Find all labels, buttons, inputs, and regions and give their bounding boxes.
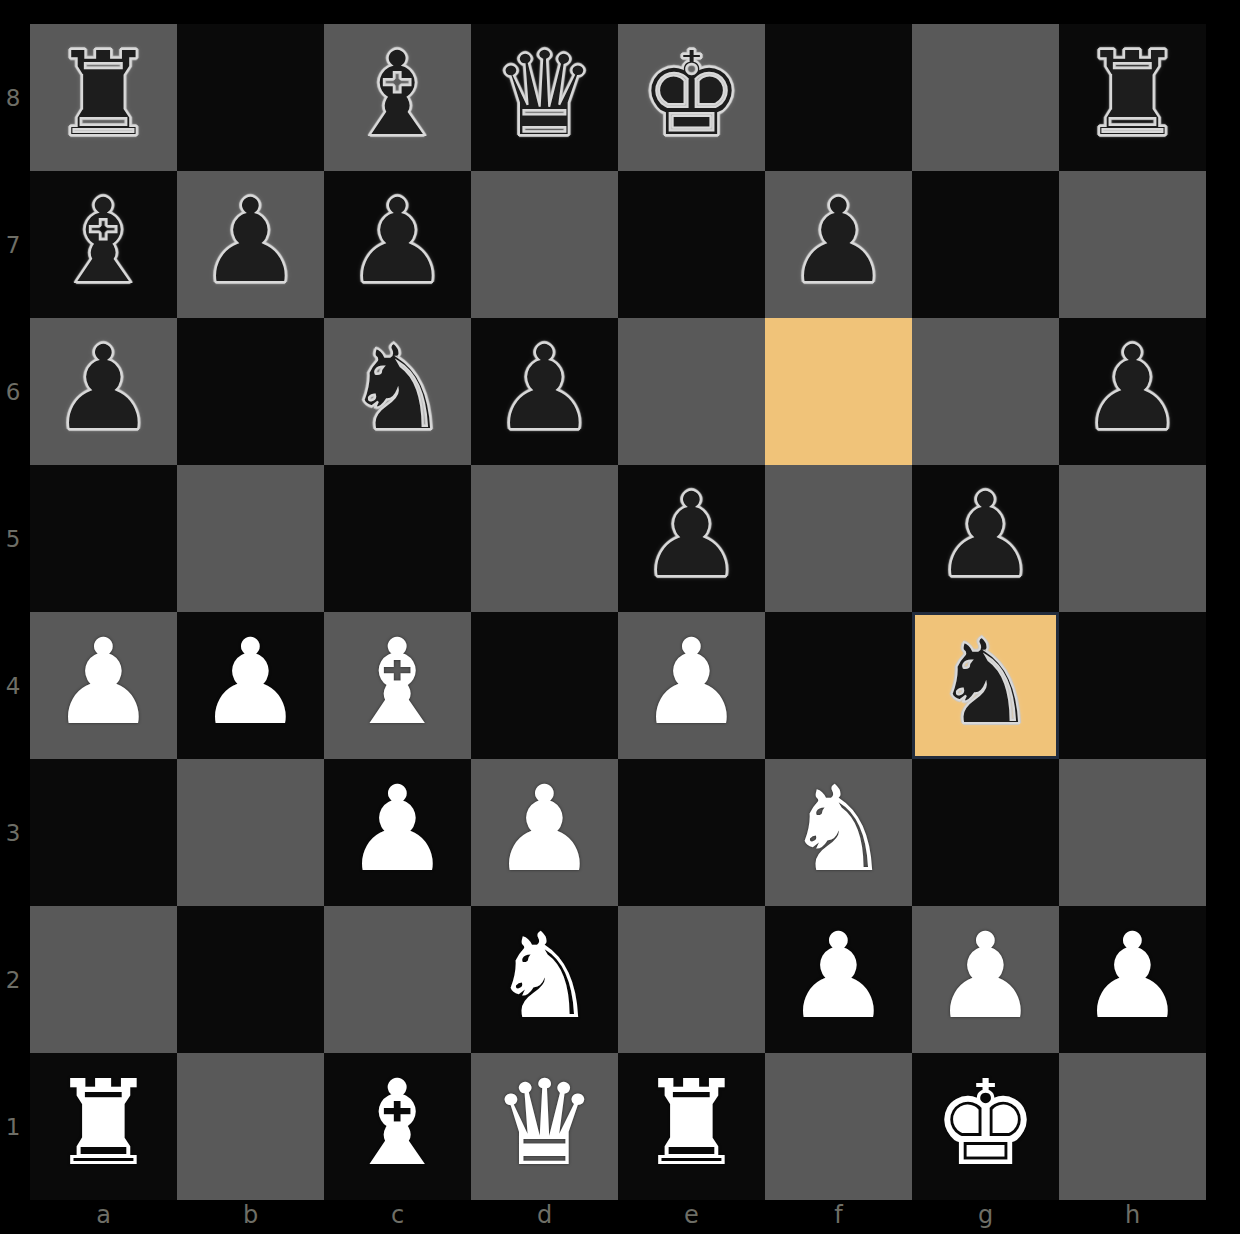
square-a6[interactable]: ♟	[30, 318, 177, 465]
square-c2[interactable]	[324, 906, 471, 1053]
piece-white-rook[interactable]: ♜	[639, 1064, 745, 1182]
piece-black-pawn[interactable]: ♟	[345, 182, 451, 300]
piece-white-king[interactable]: ♚	[933, 1064, 1039, 1182]
file-label-h: h	[1059, 1198, 1206, 1232]
square-d6[interactable]: ♟	[471, 318, 618, 465]
square-g1[interactable]: ♚	[912, 1053, 1059, 1200]
square-b6[interactable]	[177, 318, 324, 465]
square-a4[interactable]: ♟	[30, 612, 177, 759]
rank-label-6: 6	[0, 318, 26, 465]
square-g2[interactable]: ♟	[912, 906, 1059, 1053]
square-e4[interactable]: ♟	[618, 612, 765, 759]
rank-label-7: 7	[0, 171, 26, 318]
square-d5[interactable]	[471, 465, 618, 612]
rank-label-5: 5	[0, 465, 26, 612]
piece-black-pawn[interactable]: ♟	[786, 182, 892, 300]
square-d4[interactable]	[471, 612, 618, 759]
square-g7[interactable]	[912, 171, 1059, 318]
piece-black-rook[interactable]: ♜	[51, 35, 157, 153]
square-f7[interactable]: ♟	[765, 171, 912, 318]
square-d8[interactable]: ♛	[471, 24, 618, 171]
rank-label-4: 4	[0, 612, 26, 759]
chess-board[interactable]: ♜♝♛♚♜♝♟♟♟♟♞♟♟♟♟♟♟♝♟♞♟♟♞♞♟♟♟♜♝♛♜♚	[30, 24, 1206, 1200]
square-b5[interactable]	[177, 465, 324, 612]
square-c3[interactable]: ♟	[324, 759, 471, 906]
piece-black-knight[interactable]: ♞	[933, 623, 1039, 741]
square-g6[interactable]	[912, 318, 1059, 465]
square-e3[interactable]	[618, 759, 765, 906]
piece-black-bishop[interactable]: ♝	[345, 35, 451, 153]
square-g4[interactable]: ♞	[912, 612, 1059, 759]
square-b8[interactable]	[177, 24, 324, 171]
square-b2[interactable]	[177, 906, 324, 1053]
piece-white-rook[interactable]: ♜	[51, 1064, 157, 1182]
piece-white-knight[interactable]: ♞	[786, 770, 892, 888]
square-h1[interactable]	[1059, 1053, 1206, 1200]
square-a2[interactable]	[30, 906, 177, 1053]
rank-label-3: 3	[0, 759, 26, 906]
file-label-e: e	[618, 1198, 765, 1232]
square-e1[interactable]: ♜	[618, 1053, 765, 1200]
square-f6[interactable]	[765, 318, 912, 465]
rank-label-8: 8	[0, 24, 26, 171]
piece-black-pawn[interactable]: ♟	[492, 329, 598, 447]
square-a5[interactable]	[30, 465, 177, 612]
square-f4[interactable]	[765, 612, 912, 759]
square-h4[interactable]	[1059, 612, 1206, 759]
file-label-c: c	[324, 1198, 471, 1232]
square-e8[interactable]: ♚	[618, 24, 765, 171]
piece-black-king[interactable]: ♚	[639, 35, 745, 153]
square-b1[interactable]	[177, 1053, 324, 1200]
rank-label-1: 1	[0, 1053, 26, 1200]
piece-black-pawn[interactable]: ♟	[51, 329, 157, 447]
piece-white-bishop[interactable]: ♝	[345, 1064, 451, 1182]
square-a3[interactable]	[30, 759, 177, 906]
piece-black-pawn[interactable]: ♟	[933, 476, 1039, 594]
square-b3[interactable]	[177, 759, 324, 906]
square-f5[interactable]	[765, 465, 912, 612]
piece-white-pawn[interactable]: ♟	[786, 917, 892, 1035]
piece-white-pawn[interactable]: ♟	[51, 623, 157, 741]
piece-white-queen[interactable]: ♛	[492, 1064, 598, 1182]
piece-black-knight[interactable]: ♞	[345, 329, 451, 447]
square-e2[interactable]	[618, 906, 765, 1053]
chess-app-background: 87654321 ♜♝♛♚♜♝♟♟♟♟♞♟♟♟♟♟♟♝♟♞♟♟♞♞♟♟♟♜♝♛♜…	[0, 0, 1240, 1234]
square-h5[interactable]	[1059, 465, 1206, 612]
piece-white-pawn[interactable]: ♟	[492, 770, 598, 888]
piece-white-pawn[interactable]: ♟	[1080, 917, 1186, 1035]
piece-black-bishop[interactable]: ♝	[51, 182, 157, 300]
square-d2[interactable]: ♞	[471, 906, 618, 1053]
square-c5[interactable]	[324, 465, 471, 612]
square-d7[interactable]	[471, 171, 618, 318]
square-d1[interactable]: ♛	[471, 1053, 618, 1200]
square-g5[interactable]: ♟	[912, 465, 1059, 612]
square-h7[interactable]	[1059, 171, 1206, 318]
file-label-b: b	[177, 1198, 324, 1232]
square-f3[interactable]: ♞	[765, 759, 912, 906]
square-c7[interactable]: ♟	[324, 171, 471, 318]
square-d3[interactable]: ♟	[471, 759, 618, 906]
square-e7[interactable]	[618, 171, 765, 318]
square-a8[interactable]: ♜	[30, 24, 177, 171]
square-c8[interactable]: ♝	[324, 24, 471, 171]
square-c6[interactable]: ♞	[324, 318, 471, 465]
file-label-a: a	[30, 1198, 177, 1232]
file-labels: abcdefgh	[30, 1198, 1206, 1234]
square-a1[interactable]: ♜	[30, 1053, 177, 1200]
piece-black-queen[interactable]: ♛	[492, 35, 598, 153]
piece-white-pawn[interactable]: ♟	[345, 770, 451, 888]
square-h6[interactable]: ♟	[1059, 318, 1206, 465]
square-c4[interactable]: ♝	[324, 612, 471, 759]
square-a7[interactable]: ♝	[30, 171, 177, 318]
file-label-g: g	[912, 1198, 1059, 1232]
square-b7[interactable]: ♟	[177, 171, 324, 318]
square-e6[interactable]	[618, 318, 765, 465]
piece-black-rook[interactable]: ♜	[1080, 35, 1186, 153]
square-b4[interactable]: ♟	[177, 612, 324, 759]
square-f2[interactable]: ♟	[765, 906, 912, 1053]
square-f8[interactable]	[765, 24, 912, 171]
piece-black-pawn[interactable]: ♟	[1080, 329, 1186, 447]
piece-white-pawn[interactable]: ♟	[933, 917, 1039, 1035]
square-e5[interactable]: ♟	[618, 465, 765, 612]
rank-labels: 87654321	[0, 24, 30, 1200]
piece-black-pawn[interactable]: ♟	[639, 476, 745, 594]
square-c1[interactable]: ♝	[324, 1053, 471, 1200]
piece-white-bishop[interactable]: ♝	[345, 623, 451, 741]
square-h2[interactable]: ♟	[1059, 906, 1206, 1053]
square-g8[interactable]	[912, 24, 1059, 171]
piece-white-knight[interactable]: ♞	[492, 917, 598, 1035]
square-h3[interactable]	[1059, 759, 1206, 906]
piece-white-pawn[interactable]: ♟	[198, 623, 304, 741]
piece-black-pawn[interactable]: ♟	[198, 182, 304, 300]
file-label-d: d	[471, 1198, 618, 1232]
piece-white-pawn[interactable]: ♟	[639, 623, 745, 741]
rank-label-2: 2	[0, 906, 26, 1053]
square-f1[interactable]	[765, 1053, 912, 1200]
square-h8[interactable]: ♜	[1059, 24, 1206, 171]
file-label-f: f	[765, 1198, 912, 1232]
square-g3[interactable]	[912, 759, 1059, 906]
